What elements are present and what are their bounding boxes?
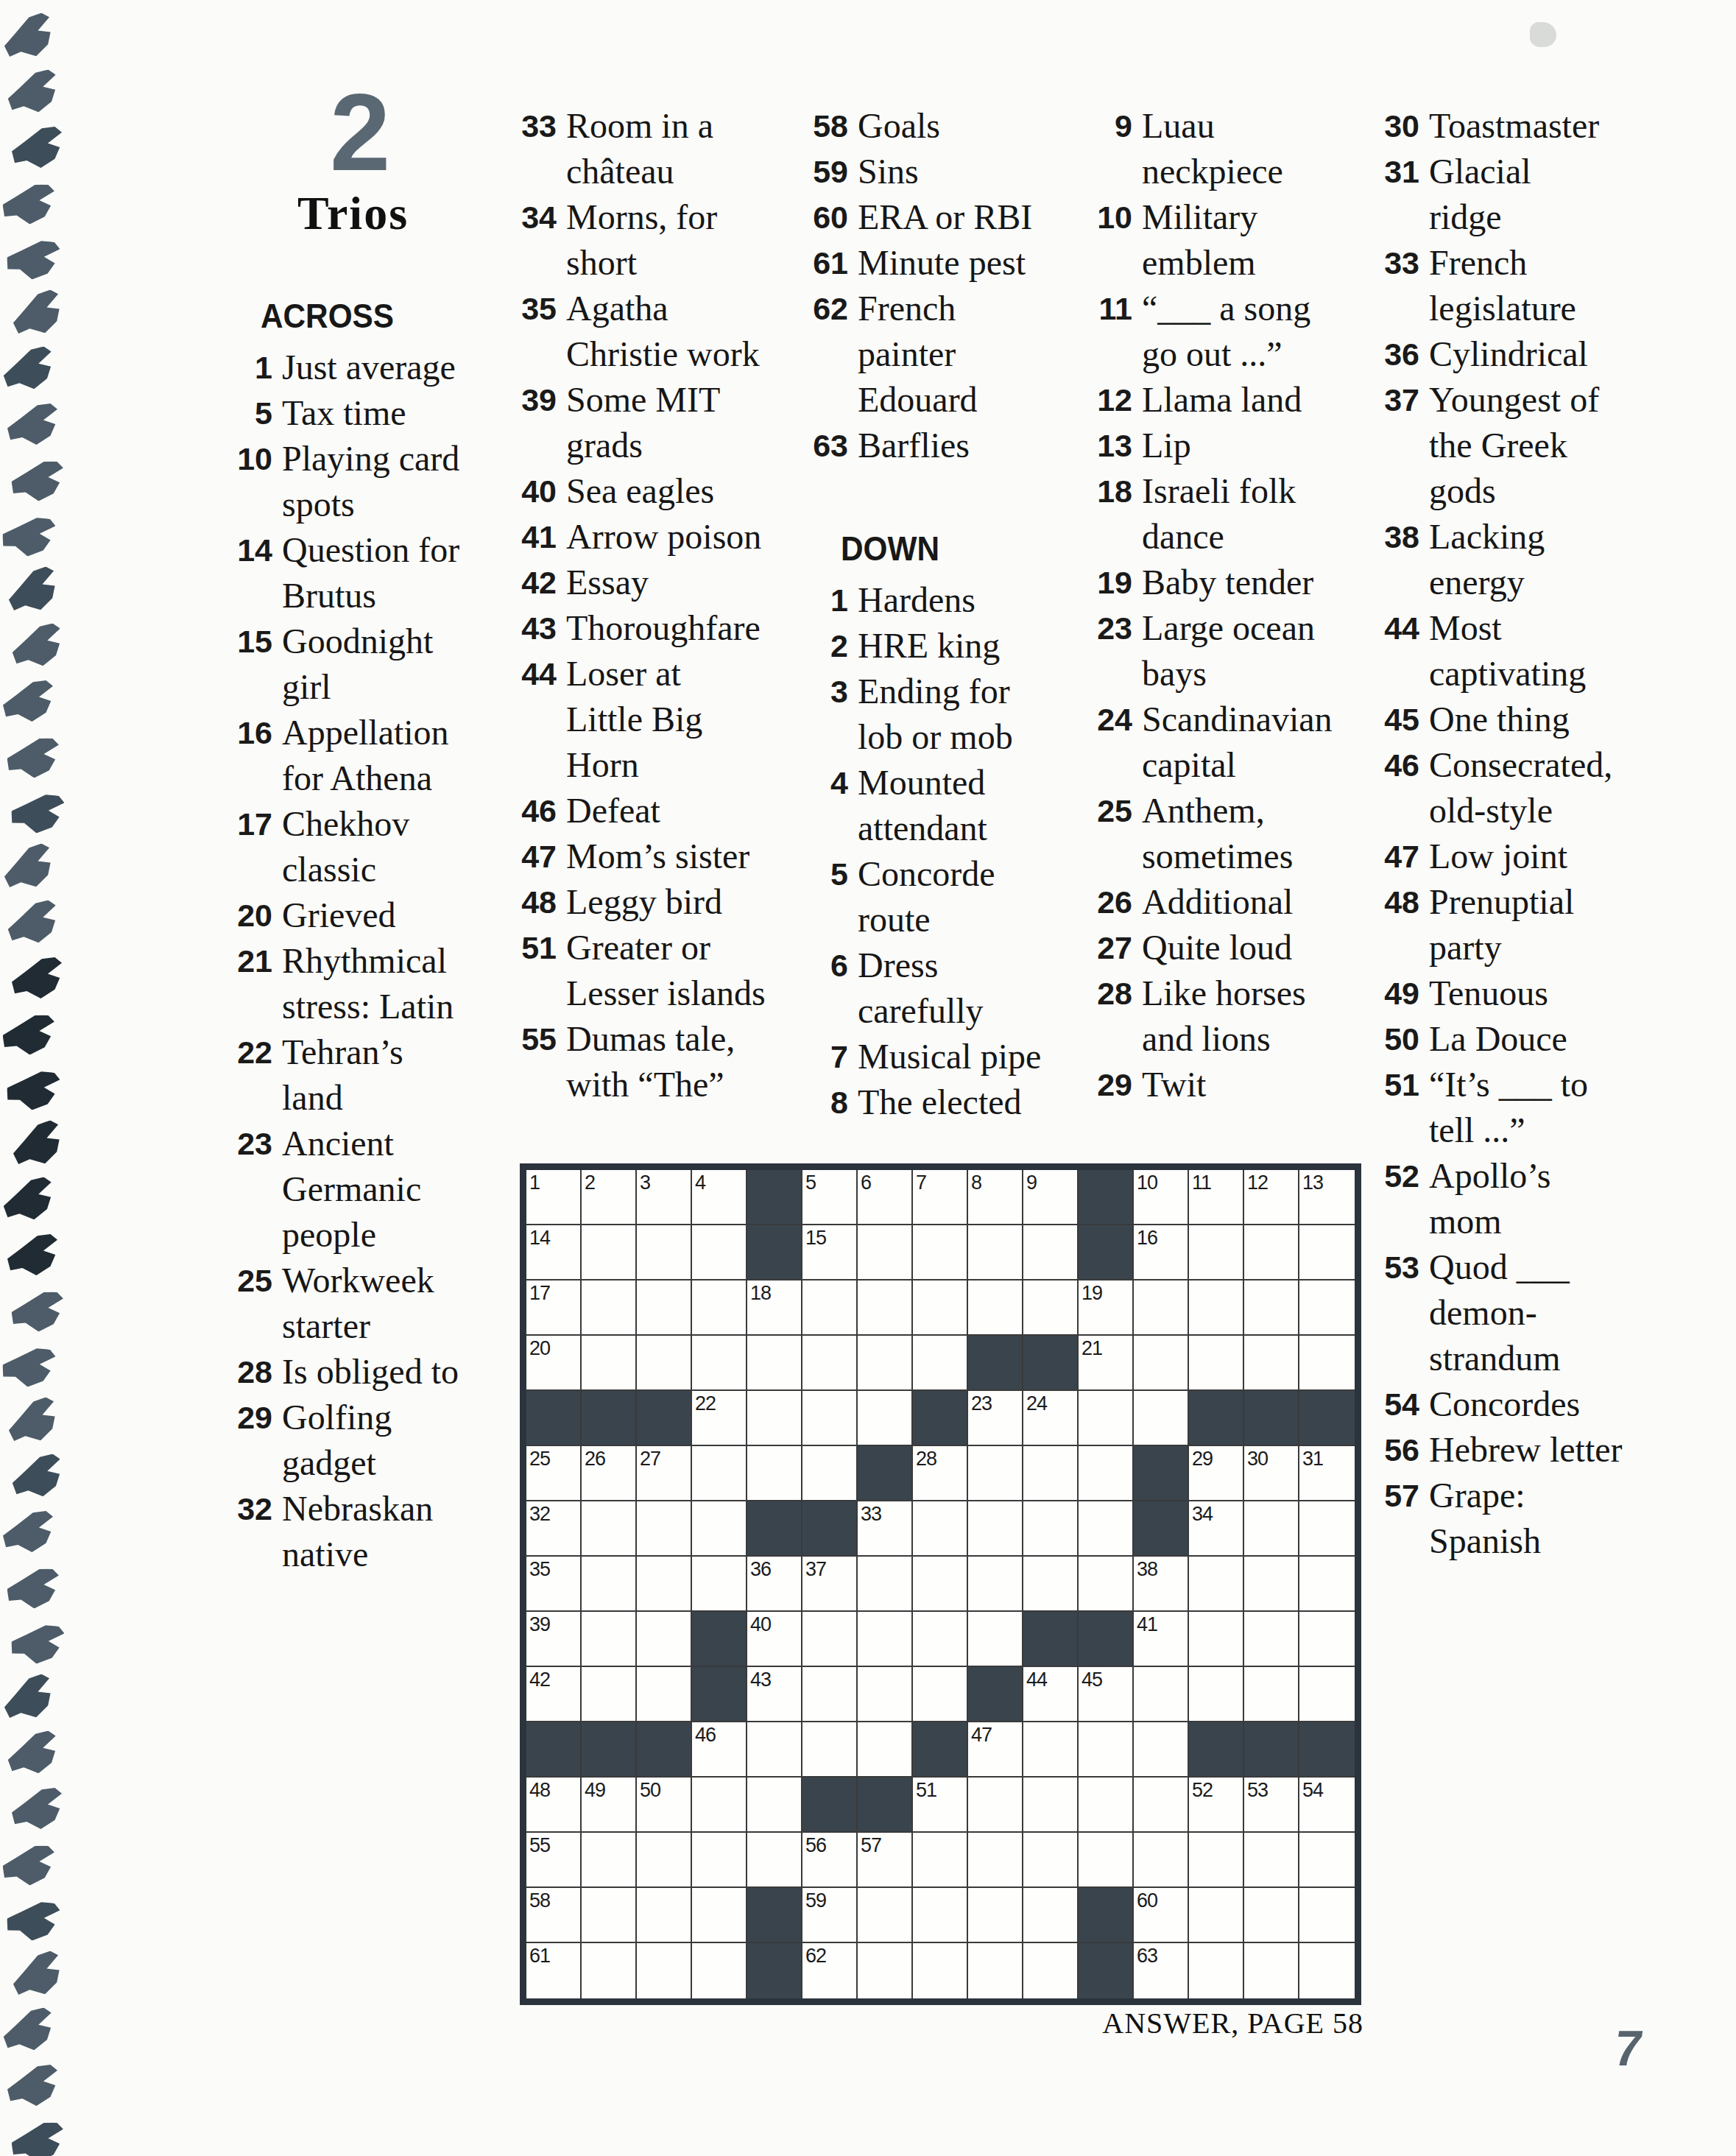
white-cell[interactable]: 8 (968, 1170, 1023, 1225)
white-cell[interactable] (1023, 1557, 1079, 1612)
clue-text: Concordes (1429, 1381, 1580, 1427)
clue-down-3: 3Ending forlob or mob (794, 669, 1070, 760)
white-cell[interactable] (858, 1943, 913, 1998)
white-cell[interactable] (1134, 1280, 1189, 1336)
white-cell[interactable]: 1 (526, 1170, 582, 1225)
white-cell[interactable] (1189, 1833, 1244, 1888)
white-cell[interactable]: 33 (858, 1501, 913, 1557)
white-cell[interactable] (637, 1833, 692, 1888)
white-cell[interactable]: 45 (1079, 1667, 1134, 1722)
clue-line: lob or mob (858, 714, 1013, 760)
cell-number: 47 (971, 1724, 992, 1747)
white-cell[interactable] (692, 1557, 747, 1612)
clue-text: Like horsesand lions (1142, 970, 1306, 1062)
white-cell[interactable] (913, 1225, 968, 1280)
clue-line: Edouard (858, 377, 978, 423)
white-cell[interactable] (582, 1501, 637, 1557)
white-cell[interactable] (968, 1612, 1023, 1667)
white-cell[interactable]: 27 (637, 1446, 692, 1501)
white-cell[interactable] (1079, 1722, 1134, 1778)
white-cell[interactable] (1244, 1943, 1299, 1998)
clue-line: Quod ___ (1429, 1244, 1570, 1290)
white-cell[interactable] (1189, 1612, 1244, 1667)
white-cell[interactable] (1079, 1501, 1134, 1557)
white-cell[interactable]: 42 (526, 1667, 582, 1722)
white-cell[interactable] (637, 1667, 692, 1722)
clue-number: 44 (502, 651, 557, 697)
white-cell[interactable] (1134, 1336, 1189, 1391)
white-cell[interactable] (1244, 1501, 1299, 1557)
white-cell[interactable] (637, 1943, 692, 1998)
black-cell (1244, 1391, 1299, 1446)
binding-coil-icon (1, 1011, 54, 1057)
white-cell[interactable] (802, 1391, 858, 1446)
white-cell[interactable] (1299, 1833, 1355, 1888)
white-cell[interactable]: 54 (1299, 1778, 1355, 1833)
white-cell[interactable] (1244, 1557, 1299, 1612)
white-cell[interactable] (1299, 1612, 1355, 1667)
white-cell[interactable] (637, 1557, 692, 1612)
cell-number: 37 (805, 1558, 826, 1581)
clue-line: French (1429, 240, 1576, 286)
clue-text: Workweekstarter (282, 1258, 434, 1349)
white-cell[interactable] (692, 1943, 747, 1998)
white-cell[interactable] (582, 1888, 637, 1943)
white-cell[interactable] (1299, 1888, 1355, 1943)
white-cell[interactable]: 43 (747, 1667, 802, 1722)
clue-line: sometimes (1142, 834, 1293, 879)
white-cell[interactable]: 38 (1134, 1557, 1189, 1612)
clue-number: 1 (794, 577, 848, 623)
white-cell[interactable]: 30 (1244, 1446, 1299, 1501)
white-cell[interactable] (858, 1557, 913, 1612)
white-cell[interactable] (913, 1888, 968, 1943)
clue-line: bays (1142, 651, 1315, 697)
binding-coil-icon (7, 1234, 57, 1275)
clue-line: classic (282, 847, 409, 892)
white-cell[interactable]: 10 (1134, 1170, 1189, 1225)
white-cell[interactable] (747, 1446, 802, 1501)
white-cell[interactable] (802, 1446, 858, 1501)
clue-text: Frenchlegislature (1429, 240, 1576, 331)
white-cell[interactable] (802, 1280, 858, 1336)
white-cell[interactable] (747, 1778, 802, 1833)
white-cell[interactable] (913, 1501, 968, 1557)
white-cell[interactable] (692, 1501, 747, 1557)
white-cell[interactable]: 55 (526, 1833, 582, 1888)
binding-coil-icon (8, 1618, 66, 1669)
black-cell (1079, 1888, 1134, 1943)
clue-down-1: 1Hardens (794, 577, 1070, 623)
white-cell[interactable] (692, 1888, 747, 1943)
white-cell[interactable]: 2 (582, 1170, 637, 1225)
white-cell[interactable] (1299, 1557, 1355, 1612)
clue-across-61: 61Minute pest (794, 240, 1070, 286)
white-cell[interactable] (1023, 1722, 1079, 1778)
binding-coil-icon (8, 787, 66, 838)
white-cell[interactable] (858, 1888, 913, 1943)
cell-number: 3 (640, 1172, 650, 1194)
white-cell[interactable]: 56 (802, 1833, 858, 1888)
white-cell[interactable] (802, 1722, 858, 1778)
clue-line: tell ...” (1429, 1107, 1588, 1153)
white-cell[interactable]: 9 (1023, 1170, 1079, 1225)
white-cell[interactable]: 19 (1079, 1280, 1134, 1336)
white-cell[interactable] (968, 1888, 1023, 1943)
binding-coil-icon (0, 1341, 57, 1392)
clue-number: 4 (794, 760, 848, 806)
white-cell[interactable]: 37 (802, 1557, 858, 1612)
white-cell[interactable] (1299, 1667, 1355, 1722)
clue-text: FrenchpainterEdouard (858, 286, 978, 423)
white-cell[interactable] (1134, 1778, 1189, 1833)
clue-text: Militaryemblem (1142, 194, 1257, 286)
binding-coil-icon (4, 1396, 61, 1447)
white-cell[interactable] (913, 1336, 968, 1391)
clue-down-12: 12Llama land (1078, 377, 1361, 423)
white-cell[interactable] (637, 1280, 692, 1336)
clue-line: Lesser islands (566, 970, 766, 1016)
page-number: 7 (1611, 2019, 1647, 2076)
white-cell[interactable] (1299, 1943, 1355, 1998)
white-cell[interactable]: 12 (1244, 1170, 1299, 1225)
white-cell[interactable] (637, 1612, 692, 1667)
white-cell[interactable] (692, 1225, 747, 1280)
clue-line: Israeli folk (1142, 468, 1296, 514)
white-cell[interactable]: 14 (526, 1225, 582, 1280)
white-cell[interactable]: 49 (582, 1778, 637, 1833)
white-cell[interactable] (1299, 1225, 1355, 1280)
white-cell[interactable] (1079, 1833, 1134, 1888)
white-cell[interactable]: 51 (913, 1778, 968, 1833)
white-cell[interactable] (747, 1833, 802, 1888)
binding-coil-icon (12, 127, 62, 168)
clue-line: girl (282, 664, 433, 710)
clue-number: 14 (218, 527, 272, 573)
white-cell[interactable]: 15 (802, 1225, 858, 1280)
white-cell[interactable] (968, 1280, 1023, 1336)
white-cell[interactable] (1079, 1778, 1134, 1833)
binding-coil-icon (4, 233, 61, 284)
black-cell (692, 1612, 747, 1667)
cell-number: 13 (1302, 1172, 1323, 1194)
clue-text: Some MITgrads (566, 377, 720, 468)
clue-text: Low joint (1429, 834, 1567, 879)
clue-text: Large oceanbays (1142, 605, 1315, 697)
cell-number: 36 (750, 1558, 771, 1581)
clue-down-53: 53Quod ___demon-strandum (1365, 1244, 1656, 1381)
white-cell[interactable]: 18 (747, 1280, 802, 1336)
cell-number: 49 (585, 1779, 605, 1802)
binding-coil-icon (0, 1673, 57, 1724)
white-cell[interactable]: 46 (692, 1722, 747, 1778)
white-cell[interactable]: 58 (526, 1888, 582, 1943)
white-cell[interactable] (582, 1336, 637, 1391)
white-cell[interactable]: 35 (526, 1557, 582, 1612)
white-cell[interactable] (582, 1280, 637, 1336)
white-cell[interactable] (1189, 1888, 1244, 1943)
clue-text: Baby tender (1142, 560, 1313, 605)
binding-coil-icon (3, 1511, 53, 1552)
white-cell[interactable]: 17 (526, 1280, 582, 1336)
white-cell[interactable] (1189, 1557, 1244, 1612)
clue-across-17: 17Chekhovclassic (218, 801, 483, 892)
white-cell[interactable] (582, 1557, 637, 1612)
white-cell[interactable] (1244, 1888, 1299, 1943)
white-cell[interactable] (802, 1667, 858, 1722)
clue-across-51: 51Greater orLesser islands (502, 925, 776, 1016)
clue-line: Apollo’s (1429, 1153, 1550, 1199)
clue-line: Morns, for (566, 194, 717, 240)
white-cell[interactable]: 44 (1023, 1667, 1079, 1722)
white-cell[interactable]: 59 (802, 1888, 858, 1943)
white-cell[interactable] (1023, 1833, 1079, 1888)
clue-across-46: 46Defeat (502, 788, 776, 834)
white-cell[interactable] (858, 1667, 913, 1722)
clue-text: Essay (566, 560, 649, 605)
binding-coil-icon (1, 1177, 54, 1223)
white-cell[interactable] (692, 1446, 747, 1501)
white-cell[interactable] (913, 1833, 968, 1888)
white-cell[interactable] (858, 1612, 913, 1667)
cell-number: 38 (1137, 1558, 1157, 1581)
white-cell[interactable] (1023, 1888, 1079, 1943)
binding-coil-icon (10, 623, 63, 669)
cell-number: 28 (916, 1448, 936, 1470)
white-cell[interactable]: 48 (526, 1778, 582, 1833)
white-cell[interactable]: 60 (1134, 1888, 1189, 1943)
clue-number: 32 (218, 1486, 272, 1532)
white-cell[interactable] (968, 1501, 1023, 1557)
white-cell[interactable]: 39 (526, 1612, 582, 1667)
white-cell[interactable]: 16 (1134, 1225, 1189, 1280)
white-cell[interactable] (1023, 1280, 1079, 1336)
page: 2 Trios ACROSS1Just average5Tax time10Pl… (0, 0, 1736, 2156)
cell-number: 15 (805, 1227, 826, 1250)
white-cell[interactable] (637, 1501, 692, 1557)
white-cell[interactable]: 3 (637, 1170, 692, 1225)
white-cell[interactable]: 22 (692, 1391, 747, 1446)
binding-coil-icon (5, 1565, 59, 1611)
white-cell[interactable] (1079, 1557, 1134, 1612)
white-cell[interactable] (913, 1612, 968, 1667)
white-cell[interactable] (858, 1722, 913, 1778)
puzzle-title: Trios (297, 190, 409, 237)
white-cell[interactable] (968, 1833, 1023, 1888)
clue-down-2: 2HRE king (794, 623, 1070, 669)
white-cell[interactable]: 24 (1023, 1391, 1079, 1446)
binding-coil-icon (3, 680, 53, 722)
clue-down-27: 27Quite loud (1078, 925, 1361, 970)
clue-number: 29 (218, 1395, 272, 1440)
clue-text: Leggy bird (566, 879, 722, 925)
white-cell[interactable] (1189, 1667, 1244, 1722)
black-cell (1299, 1722, 1355, 1778)
white-cell[interactable] (1079, 1446, 1134, 1501)
white-cell[interactable]: 36 (747, 1557, 802, 1612)
cell-number: 54 (1302, 1779, 1323, 1802)
clue-down-24: 24Scandinaviancapital (1078, 697, 1361, 788)
white-cell[interactable] (1189, 1225, 1244, 1280)
white-cell[interactable] (1299, 1280, 1355, 1336)
white-cell[interactable] (968, 1446, 1023, 1501)
white-cell[interactable] (968, 1943, 1023, 1998)
white-cell[interactable]: 6 (858, 1170, 913, 1225)
white-cell[interactable] (913, 1280, 968, 1336)
white-cell[interactable] (1023, 1943, 1079, 1998)
white-cell[interactable] (637, 1888, 692, 1943)
clue-line: Brutus (282, 573, 459, 619)
clue-line: dance (1142, 514, 1296, 560)
clue-number: 47 (502, 834, 557, 879)
clue-across-22: 22Tehran’sland (218, 1029, 483, 1121)
white-cell[interactable]: 61 (526, 1943, 582, 1998)
clue-text: Quod ___demon-strandum (1429, 1244, 1570, 1381)
clue-text: Cylindrical (1429, 331, 1588, 377)
clue-down-9: 9Luauneckpiece (1078, 103, 1361, 194)
white-cell[interactable] (1244, 1336, 1299, 1391)
white-cell[interactable]: 34 (1189, 1501, 1244, 1557)
white-cell[interactable] (968, 1778, 1023, 1833)
cell-number: 58 (529, 1889, 550, 1912)
black-cell (637, 1722, 692, 1778)
binding-coil-icon (0, 510, 57, 561)
white-cell[interactable] (802, 1336, 858, 1391)
white-cell[interactable]: 62 (802, 1943, 858, 1998)
white-cell[interactable] (968, 1557, 1023, 1612)
white-cell[interactable] (582, 1225, 637, 1280)
white-cell[interactable] (1079, 1391, 1134, 1446)
white-cell[interactable]: 31 (1299, 1446, 1355, 1501)
white-cell[interactable]: 5 (802, 1170, 858, 1225)
clue-line: Like horses (1142, 970, 1306, 1016)
white-cell[interactable] (692, 1833, 747, 1888)
white-cell[interactable] (1244, 1225, 1299, 1280)
white-cell[interactable] (968, 1225, 1023, 1280)
white-cell[interactable] (637, 1225, 692, 1280)
white-cell[interactable] (582, 1612, 637, 1667)
white-cell[interactable]: 40 (747, 1612, 802, 1667)
clue-number: 46 (502, 788, 557, 834)
white-cell[interactable] (858, 1225, 913, 1280)
clue-line: Leggy bird (566, 879, 722, 925)
white-cell[interactable] (1134, 1833, 1189, 1888)
clue-line: stress: Latin (282, 984, 454, 1029)
white-cell[interactable]: 13 (1299, 1170, 1355, 1225)
white-cell[interactable] (1189, 1943, 1244, 1998)
white-cell[interactable]: 63 (1134, 1943, 1189, 1998)
white-cell[interactable] (913, 1943, 968, 1998)
white-cell[interactable] (1134, 1722, 1189, 1778)
black-cell (802, 1501, 858, 1557)
clue-across-21: 21Rhythmicalstress: Latin (218, 938, 483, 1029)
white-cell[interactable]: 47 (968, 1722, 1023, 1778)
white-cell[interactable] (582, 1943, 637, 1998)
white-cell[interactable] (747, 1391, 802, 1446)
clue-across-58: 58Goals (794, 103, 1070, 149)
white-cell[interactable] (1189, 1280, 1244, 1336)
binding-coil-icon (0, 842, 57, 893)
cell-number: 9 (1026, 1172, 1037, 1194)
white-cell[interactable] (747, 1722, 802, 1778)
white-cell[interactable]: 32 (526, 1501, 582, 1557)
white-cell[interactable] (858, 1280, 913, 1336)
white-cell[interactable] (1299, 1336, 1355, 1391)
white-cell[interactable] (692, 1280, 747, 1336)
binding-coil-icon (5, 900, 59, 946)
black-cell (1023, 1612, 1079, 1667)
white-cell[interactable]: 41 (1134, 1612, 1189, 1667)
clue-text: Consecrated,old-style (1429, 742, 1612, 834)
white-cell[interactable] (1023, 1501, 1079, 1557)
clue-line: neckpiece (1142, 149, 1283, 194)
white-cell[interactable]: 57 (858, 1833, 913, 1888)
white-cell[interactable]: 7 (913, 1170, 968, 1225)
white-cell[interactable]: 25 (526, 1446, 582, 1501)
white-cell[interactable]: 11 (1189, 1170, 1244, 1225)
white-cell[interactable]: 4 (692, 1170, 747, 1225)
white-cell[interactable]: 21 (1079, 1336, 1134, 1391)
white-cell[interactable] (1023, 1225, 1079, 1280)
white-cell[interactable]: 52 (1189, 1778, 1244, 1833)
white-cell[interactable] (692, 1778, 747, 1833)
white-cell[interactable] (913, 1557, 968, 1612)
clue-across-39: 39Some MITgrads (502, 377, 776, 468)
clue-number: 5 (218, 390, 272, 436)
white-cell[interactable] (1134, 1667, 1189, 1722)
white-cell[interactable] (802, 1612, 858, 1667)
white-cell[interactable]: 23 (968, 1391, 1023, 1446)
white-cell[interactable] (1134, 1391, 1189, 1446)
clue-line: Hebrew letter (1429, 1427, 1623, 1473)
clue-number: 1 (218, 345, 272, 390)
white-cell[interactable] (747, 1336, 802, 1391)
cell-number: 45 (1082, 1669, 1102, 1691)
white-cell[interactable] (1023, 1446, 1079, 1501)
white-cell[interactable]: 26 (582, 1446, 637, 1501)
white-cell[interactable]: 29 (1189, 1446, 1244, 1501)
cell-number: 26 (585, 1448, 605, 1470)
clue-down-29: 29Twit (1078, 1062, 1361, 1107)
clue-line: land (282, 1075, 403, 1121)
white-cell[interactable] (637, 1336, 692, 1391)
white-cell[interactable] (1023, 1778, 1079, 1833)
white-cell[interactable] (858, 1391, 913, 1446)
white-cell[interactable]: 53 (1244, 1778, 1299, 1833)
white-cell[interactable] (858, 1336, 913, 1391)
clue-number: 38 (1365, 514, 1419, 560)
white-cell[interactable]: 20 (526, 1336, 582, 1391)
clue-down-45: 45One thing (1365, 697, 1656, 742)
clue-across-33: 33Room in achâteau (502, 103, 776, 194)
white-cell[interactable] (1244, 1833, 1299, 1888)
white-cell[interactable] (692, 1336, 747, 1391)
white-cell[interactable]: 50 (637, 1778, 692, 1833)
white-cell[interactable] (913, 1667, 968, 1722)
clue-line: Mom’s sister (566, 834, 749, 879)
white-cell[interactable] (582, 1833, 637, 1888)
white-cell[interactable] (1299, 1501, 1355, 1557)
white-cell[interactable] (582, 1667, 637, 1722)
white-cell[interactable] (1244, 1280, 1299, 1336)
black-cell (1023, 1336, 1079, 1391)
white-cell[interactable] (1189, 1336, 1244, 1391)
white-cell[interactable]: 28 (913, 1446, 968, 1501)
clue-line: Loser at (566, 651, 702, 697)
white-cell[interactable] (1244, 1667, 1299, 1722)
white-cell[interactable] (1244, 1612, 1299, 1667)
black-cell (1299, 1391, 1355, 1446)
